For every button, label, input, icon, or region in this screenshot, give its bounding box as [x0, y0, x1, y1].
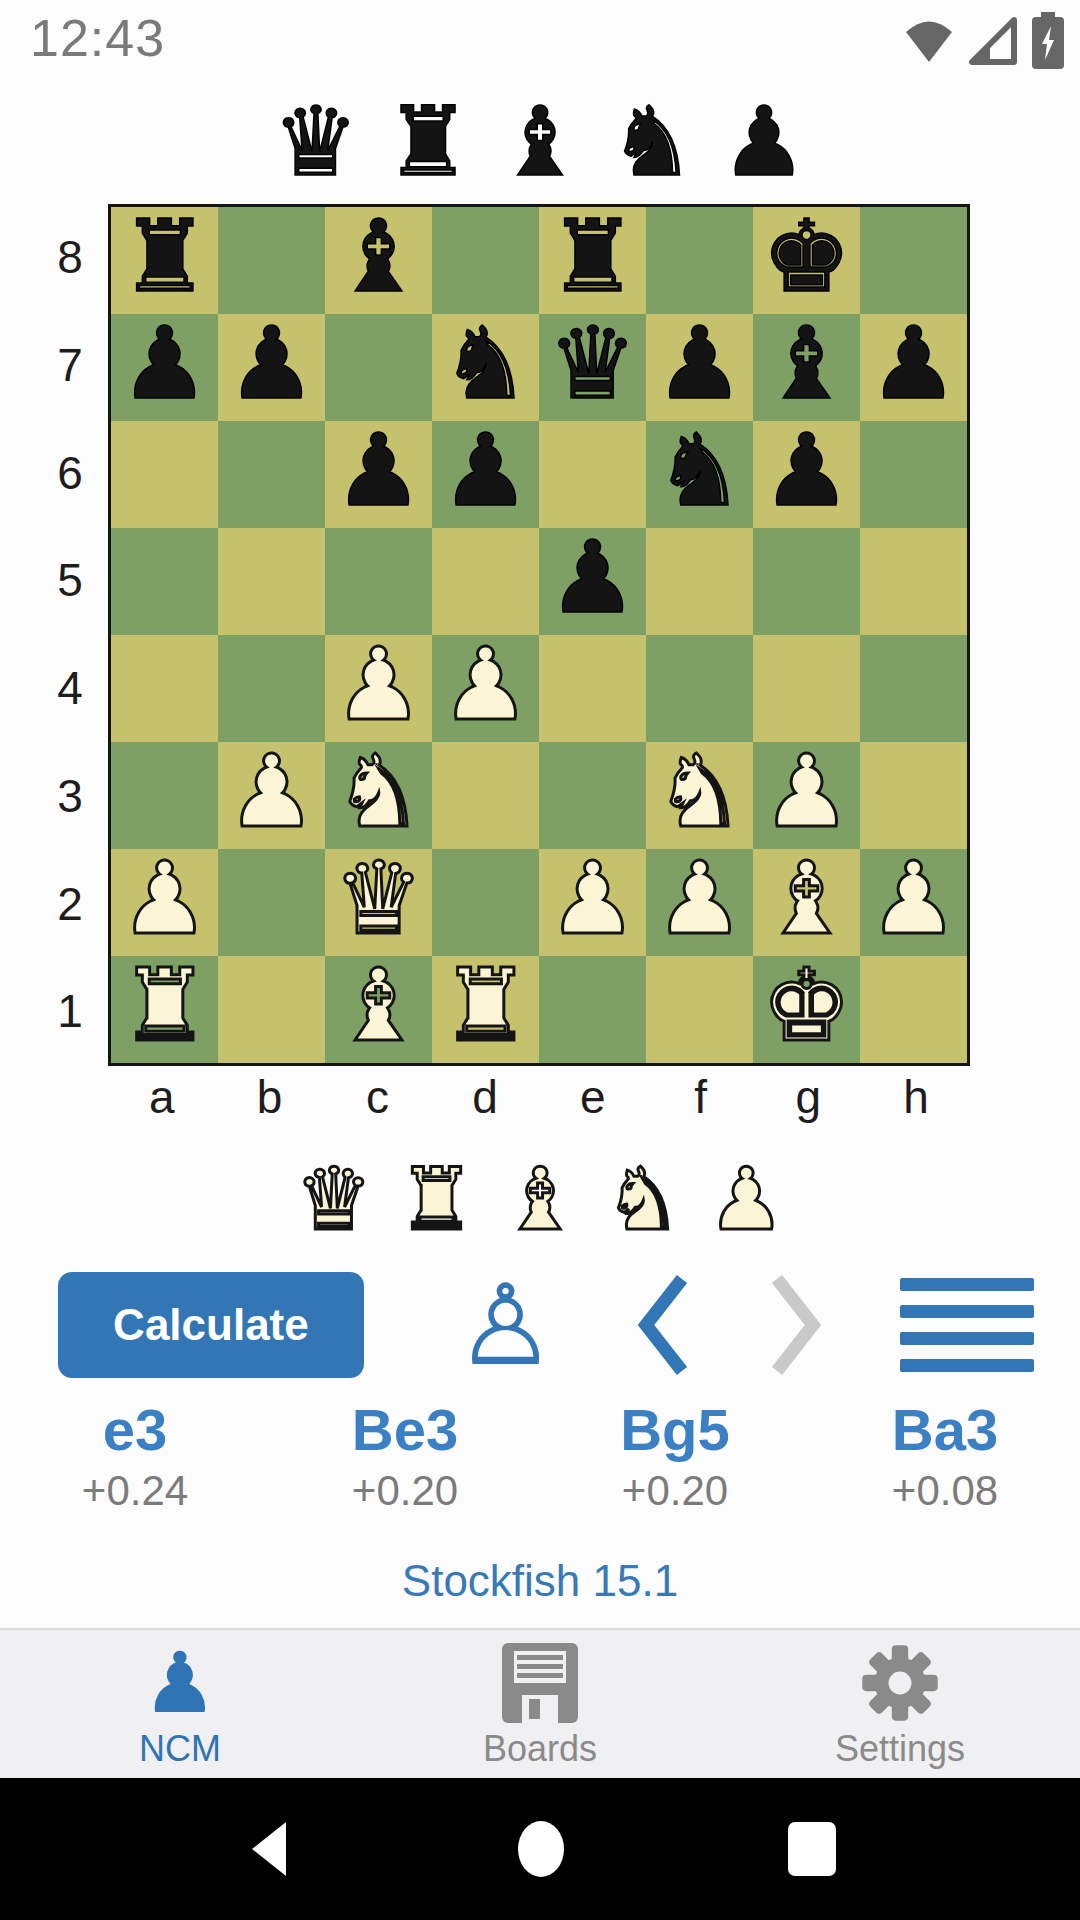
black-queen: ♛ [539, 314, 646, 414]
rank-label-7: 7 [36, 312, 104, 420]
pawn-icon: ♟ [142, 1640, 217, 1726]
square-e3[interactable] [539, 742, 646, 849]
controls-row: Calculate ♙ [0, 1262, 1080, 1388]
square-g3[interactable]: ♟ [753, 742, 860, 849]
white-knight: ♞ [325, 742, 432, 842]
menu-button[interactable] [900, 1272, 1034, 1378]
white-king: ♚ [753, 956, 860, 1056]
square-b8[interactable] [218, 207, 325, 314]
spare-black-knight[interactable]: ♞ [609, 94, 695, 190]
black-knight: ♞ [432, 314, 539, 414]
android-recents-button[interactable] [786, 1820, 838, 1878]
square-a3[interactable] [111, 742, 218, 849]
white-pawn: ♟ [111, 849, 218, 949]
square-h1[interactable] [860, 956, 967, 1063]
spare-white-queen[interactable]: ♛ [295, 1156, 372, 1242]
square-a6[interactable] [111, 421, 218, 528]
square-b3[interactable]: ♟ [218, 742, 325, 849]
square-h7[interactable]: ♟ [860, 314, 967, 421]
white-pawn: ♟ [218, 742, 325, 842]
square-a4[interactable] [111, 635, 218, 742]
move-san[interactable]: Be3 [270, 1398, 540, 1462]
square-b1[interactable] [218, 956, 325, 1063]
square-d1[interactable]: ♜ [432, 956, 539, 1063]
gear-icon [859, 1640, 941, 1726]
spare-black-pawn[interactable]: ♟ [721, 94, 807, 190]
previous-move-button[interactable] [629, 1273, 696, 1377]
black-knight: ♞ [646, 421, 753, 521]
floppy-disk-icon [502, 1640, 578, 1726]
square-f4[interactable] [646, 635, 753, 742]
square-e4[interactable] [539, 635, 646, 742]
square-d6[interactable]: ♟ [432, 421, 539, 528]
rank-labels: 87654321 [36, 204, 104, 1066]
square-e7[interactable]: ♛ [539, 314, 646, 421]
square-f1[interactable] [646, 956, 753, 1063]
file-label-h: h [862, 1068, 970, 1126]
chess-board: ♜♝♜♚♟♟♞♛♟♝♟♟♟♞♟♟♟♟♟♞♞♟♟♛♟♟♝♟♜♝♜♚ [108, 204, 970, 1066]
white-pawn: ♟ [325, 635, 432, 735]
black-king: ♚ [753, 207, 860, 307]
square-h6[interactable] [860, 421, 967, 528]
hamburger-icon [900, 1278, 1034, 1291]
square-a1[interactable]: ♜ [111, 956, 218, 1063]
file-label-b: b [216, 1068, 324, 1126]
square-h3[interactable] [860, 742, 967, 849]
black-pawn: ♟ [646, 314, 753, 414]
black-pawn: ♟ [753, 421, 860, 521]
file-label-f: f [647, 1068, 755, 1126]
black-rook: ♜ [111, 207, 218, 307]
square-e2[interactable]: ♟ [539, 849, 646, 956]
move-eval: +0.08 [810, 1462, 1080, 1520]
square-e8[interactable]: ♜ [539, 207, 646, 314]
spare-pieces-black: ♛♜♝♞♟ [0, 84, 1080, 190]
white-pawn: ♟ [539, 849, 646, 949]
move-san[interactable]: e3 [0, 1398, 270, 1462]
white-pawn: ♟ [753, 742, 860, 842]
square-f2[interactable]: ♟ [646, 849, 753, 956]
square-e5[interactable]: ♟ [539, 528, 646, 635]
square-c6[interactable]: ♟ [325, 421, 432, 528]
white-bishop: ♝ [325, 956, 432, 1056]
file-label-g: g [755, 1068, 863, 1126]
cellular-icon [966, 14, 1020, 68]
status-bar: 12:43 [0, 0, 1080, 80]
square-e6[interactable] [539, 421, 646, 528]
spare-white-rook[interactable]: ♜ [398, 1156, 475, 1242]
square-c1[interactable]: ♝ [325, 956, 432, 1063]
square-d8[interactable] [432, 207, 539, 314]
rank-label-6: 6 [36, 420, 104, 528]
square-h8[interactable] [860, 207, 967, 314]
square-h5[interactable] [860, 528, 967, 635]
square-e1[interactable] [539, 956, 646, 1063]
square-d7[interactable]: ♞ [432, 314, 539, 421]
square-a2[interactable]: ♟ [111, 849, 218, 956]
square-d5[interactable] [432, 528, 539, 635]
black-pawn: ♟ [539, 528, 646, 628]
file-label-a: a [108, 1068, 216, 1126]
battery-charging-icon [1030, 12, 1066, 70]
square-f8[interactable] [646, 207, 753, 314]
square-b4[interactable] [218, 635, 325, 742]
square-g7[interactable]: ♝ [753, 314, 860, 421]
rank-label-2: 2 [36, 851, 104, 959]
square-g2[interactable]: ♝ [753, 849, 860, 956]
move-suggestion-e3[interactable]: e3+0.24 [0, 1398, 270, 1520]
square-f3[interactable]: ♞ [646, 742, 753, 849]
move-san[interactable]: Ba3 [810, 1398, 1080, 1462]
square-b6[interactable] [218, 421, 325, 528]
white-knight: ♞ [646, 742, 753, 842]
white-rook: ♜ [432, 956, 539, 1056]
black-pawn: ♟ [860, 314, 967, 414]
move-eval: +0.20 [270, 1462, 540, 1520]
square-g6[interactable]: ♟ [753, 421, 860, 528]
engine-label: Stockfish 15.1 [0, 1556, 1080, 1606]
spare-white-bishop[interactable]: ♝ [501, 1156, 578, 1242]
square-g8[interactable]: ♚ [753, 207, 860, 314]
rank-label-4: 4 [36, 635, 104, 743]
square-d4[interactable]: ♟ [432, 635, 539, 742]
white-pawn: ♟ [432, 635, 539, 735]
square-g4[interactable] [753, 635, 860, 742]
spare-white-pawn[interactable]: ♟ [708, 1156, 785, 1242]
chevron-right-icon [769, 1273, 823, 1377]
calculate-button[interactable]: Calculate [58, 1272, 364, 1378]
move-suggestion-Be3[interactable]: Be3+0.20 [270, 1398, 540, 1520]
rank-label-8: 8 [36, 204, 104, 312]
move-san[interactable]: Bg5 [540, 1398, 810, 1462]
black-bishop: ♝ [753, 314, 860, 414]
square-h4[interactable] [860, 635, 967, 742]
chevron-left-icon [636, 1273, 690, 1377]
square-c8[interactable]: ♝ [325, 207, 432, 314]
white-rook: ♜ [111, 956, 218, 1056]
white-pawn-outline-icon: ♙ [448, 1269, 563, 1381]
square-b7[interactable]: ♟ [218, 314, 325, 421]
white-bishop: ♝ [753, 849, 860, 949]
square-f6[interactable]: ♞ [646, 421, 753, 528]
move-eval: +0.20 [540, 1462, 810, 1520]
spare-black-queen[interactable]: ♛ [273, 94, 359, 190]
square-c3[interactable]: ♞ [325, 742, 432, 849]
square-d3[interactable] [432, 742, 539, 849]
status-icons [902, 12, 1066, 70]
nav-item-ncm[interactable]: ♟ NCM [0, 1630, 360, 1780]
rank-label-3: 3 [36, 743, 104, 851]
side-to-move-toggle[interactable]: ♙ [448, 1269, 563, 1381]
black-bishop: ♝ [325, 207, 432, 307]
spare-black-bishop[interactable]: ♝ [497, 94, 583, 190]
spare-white-knight[interactable]: ♞ [605, 1156, 682, 1242]
square-g1[interactable]: ♚ [753, 956, 860, 1063]
square-a8[interactable]: ♜ [111, 207, 218, 314]
square-d2[interactable] [432, 849, 539, 956]
rank-label-5: 5 [36, 527, 104, 635]
status-clock: 12:43 [30, 8, 165, 68]
square-b2[interactable] [218, 849, 325, 956]
android-home-button[interactable] [512, 1820, 570, 1878]
move-suggestion-Bg5[interactable]: Bg5+0.20 [540, 1398, 810, 1520]
bottom-navigation: ♟ NCM Boards [0, 1628, 1080, 1780]
file-label-e: e [539, 1068, 647, 1126]
square-b5[interactable] [218, 528, 325, 635]
move-eval: +0.24 [0, 1462, 270, 1520]
square-f7[interactable]: ♟ [646, 314, 753, 421]
nav-item-boards[interactable]: Boards [360, 1630, 720, 1780]
square-c5[interactable] [325, 528, 432, 635]
wifi-icon [902, 14, 956, 68]
move-suggestion-Ba3[interactable]: Ba3+0.08 [810, 1398, 1080, 1520]
square-c7[interactable] [325, 314, 432, 421]
square-g5[interactable] [753, 528, 860, 635]
suggested-moves: e3+0.24Be3+0.20Bg5+0.20Ba3+0.08 [0, 1398, 1080, 1520]
square-a5[interactable] [111, 528, 218, 635]
square-a7[interactable]: ♟ [111, 314, 218, 421]
black-pawn: ♟ [432, 421, 539, 521]
rank-label-1: 1 [36, 958, 104, 1066]
black-rook: ♜ [539, 207, 646, 307]
black-pawn: ♟ [325, 421, 432, 521]
file-labels: abcdefgh [108, 1068, 970, 1126]
square-f5[interactable] [646, 528, 753, 635]
nav-item-settings[interactable]: Settings [720, 1630, 1080, 1780]
next-move-button[interactable] [762, 1273, 829, 1377]
app-screen: 12:43 ♛♜♝♞♟ 87654321 ♜♝♜♚♟♟♞♛♟♝♟♟♟♞♟♟♟♟♟… [0, 0, 1080, 1920]
square-c2[interactable]: ♛ [325, 849, 432, 956]
file-label-d: d [431, 1068, 539, 1126]
file-label-c: c [324, 1068, 432, 1126]
android-back-button[interactable] [246, 1820, 294, 1878]
spare-black-rook[interactable]: ♜ [385, 94, 471, 190]
white-pawn: ♟ [860, 849, 967, 949]
square-h2[interactable]: ♟ [860, 849, 967, 956]
black-pawn: ♟ [111, 314, 218, 414]
white-pawn: ♟ [646, 849, 753, 949]
black-pawn: ♟ [218, 314, 325, 414]
white-queen: ♛ [325, 849, 432, 949]
square-c4[interactable]: ♟ [325, 635, 432, 742]
spare-pieces-white: ♛♜♝♞♟ [0, 1146, 1080, 1242]
android-nav-bar [0, 1778, 1080, 1920]
